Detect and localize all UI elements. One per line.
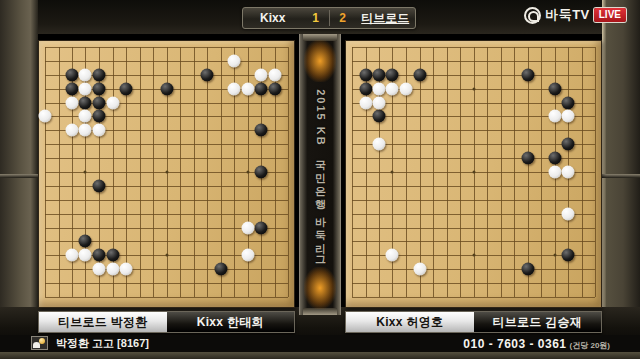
baduktv-logo-icon <box>524 7 541 24</box>
go-stone-black <box>93 82 106 95</box>
go-stone-black <box>521 263 534 276</box>
phone-number: 010 - 7603 - 0361 <box>463 337 566 351</box>
go-stone-white <box>255 68 268 81</box>
event-banner: 2015 KB 국민은행 바둑리그 <box>299 34 341 315</box>
go-stone-black <box>79 96 92 109</box>
go-stone-white <box>562 110 575 123</box>
go-stone-white <box>562 207 575 220</box>
star-point <box>165 254 168 257</box>
go-stone-black <box>562 96 575 109</box>
go-stone-black <box>200 68 213 81</box>
go-stone-white <box>93 263 106 276</box>
star-point <box>84 171 87 174</box>
star-point <box>391 171 394 174</box>
go-stone-black <box>93 110 106 123</box>
go-stone-white <box>241 82 254 95</box>
channel-name: 바둑TV <box>545 6 590 24</box>
go-stone-black <box>93 249 106 262</box>
go-stone-black <box>548 152 561 165</box>
go-stone-white <box>373 138 386 151</box>
team-name-left: Kixx <box>243 8 303 28</box>
go-stone-white <box>228 54 241 67</box>
banner-cap <box>303 308 337 315</box>
go-stone-white <box>359 96 372 109</box>
go-stone-black <box>373 110 386 123</box>
go-stone-black <box>255 166 268 179</box>
player-label: Kixx 허영호 <box>346 312 474 332</box>
banner-glow <box>304 267 336 309</box>
go-stone-black <box>93 96 106 109</box>
star-point <box>246 171 249 174</box>
go-stone-black <box>521 68 534 81</box>
go-stone-black <box>268 82 281 95</box>
banner-glow <box>304 40 336 82</box>
panel-seam <box>0 174 38 178</box>
go-stone-black <box>93 68 106 81</box>
ticker-message: 박정환 고고 [8167] <box>56 336 149 351</box>
go-stone-white <box>400 82 413 95</box>
player-bar-right-board: Kixx 허영호 티브로드 김승재 <box>345 311 602 333</box>
go-stone-white <box>228 82 241 95</box>
go-stone-white <box>93 124 106 137</box>
go-stone-white <box>413 263 426 276</box>
go-stone-white <box>268 68 281 81</box>
go-board-right <box>345 40 602 308</box>
go-stone-white <box>241 221 254 234</box>
go-stone-white <box>66 96 79 109</box>
player-label: 티브로드 김승재 <box>474 312 602 332</box>
go-stone-white <box>79 124 92 137</box>
go-stone-white <box>548 166 561 179</box>
player-label: 티브로드 박정환 <box>39 312 167 332</box>
message-ticker: 박정환 고고 [8167] 010 - 7603 - 0361 (건당 20원) <box>0 335 640 352</box>
event-title: 2015 KB 국민은행 바둑리그 <box>313 89 328 261</box>
panel-seam <box>602 174 640 178</box>
star-point <box>472 171 475 174</box>
go-stone-white <box>562 166 575 179</box>
go-stone-black <box>106 249 119 262</box>
go-stone-white <box>106 263 119 276</box>
player-bar-left-board: 티브로드 박정환 Kixx 한태희 <box>38 311 295 333</box>
broadcast-frame: Kixx 1 2 티브로드 바둑TV LIVE 2015 KB 국민은행 바둑리… <box>0 0 640 359</box>
viewer-photo-icon <box>31 336 48 350</box>
star-point <box>472 254 475 257</box>
go-stone-black <box>66 68 79 81</box>
go-stone-white <box>66 249 79 262</box>
go-stone-black <box>255 221 268 234</box>
go-stone-black <box>66 82 79 95</box>
go-stone-white <box>79 68 92 81</box>
match-scoreboard: Kixx 1 2 티브로드 <box>242 7 416 29</box>
go-stone-black <box>359 82 372 95</box>
left-frame-panel <box>0 0 38 359</box>
channel-branding: 바둑TV LIVE <box>524 6 626 24</box>
go-stone-black <box>548 82 561 95</box>
go-stone-black <box>562 249 575 262</box>
live-badge: LIVE <box>594 8 626 22</box>
go-stone-white <box>79 110 92 123</box>
go-stone-white <box>79 82 92 95</box>
go-stone-black <box>521 152 534 165</box>
go-stone-black <box>413 68 426 81</box>
board-grid <box>45 47 288 297</box>
go-stone-white <box>386 249 399 262</box>
player-label: Kixx 한태희 <box>167 312 295 332</box>
go-stone-white <box>106 96 119 109</box>
go-stone-black <box>562 138 575 151</box>
bottom-strip <box>0 352 640 359</box>
star-point <box>553 254 556 257</box>
star-point <box>165 171 168 174</box>
go-stone-black <box>160 82 173 95</box>
go-stone-black <box>255 82 268 95</box>
score-right: 2 <box>330 8 356 28</box>
go-stone-black <box>255 124 268 137</box>
go-stone-black <box>214 263 227 276</box>
go-stone-white <box>66 124 79 137</box>
go-stone-black <box>79 235 92 248</box>
go-stone-white <box>119 263 132 276</box>
score-left: 1 <box>303 8 329 28</box>
go-stone-white <box>373 96 386 109</box>
star-point <box>472 87 475 90</box>
go-stone-white <box>548 110 561 123</box>
phone-note: (건당 20원) <box>570 340 610 351</box>
go-stone-black <box>373 68 386 81</box>
go-board-left <box>38 40 295 308</box>
go-stone-black <box>359 68 372 81</box>
go-stone-white <box>386 82 399 95</box>
go-stone-white <box>39 110 52 123</box>
team-name-right: 티브로드 <box>356 8 416 28</box>
go-stone-black <box>93 179 106 192</box>
go-stone-black <box>386 68 399 81</box>
right-frame-panel <box>602 0 640 359</box>
go-stone-black <box>119 82 132 95</box>
go-stone-white <box>373 82 386 95</box>
board-grid <box>352 47 595 297</box>
go-stone-white <box>79 249 92 262</box>
ticker-phone: 010 - 7603 - 0361 (건당 20원) <box>463 337 610 351</box>
go-stone-white <box>241 249 254 262</box>
